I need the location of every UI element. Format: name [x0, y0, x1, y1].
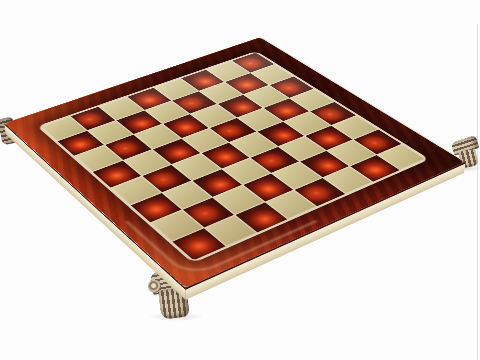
- square-c4: [172, 154, 220, 180]
- square-b4: [142, 165, 191, 192]
- square-e2: [272, 162, 321, 189]
- square-b3: [162, 181, 212, 209]
- square-a4: [111, 176, 160, 204]
- chessboard: [4, 37, 465, 288]
- square-g2: [327, 140, 375, 166]
- square-a1: [172, 228, 225, 260]
- square-g1: [350, 155, 399, 182]
- square-c1: [235, 202, 287, 232]
- square-b5: [123, 150, 171, 176]
- product-photo: [0, 0, 480, 360]
- square-f2: [300, 151, 349, 177]
- square-f1: [323, 166, 373, 193]
- square-a3: [131, 193, 181, 222]
- square-b2: [183, 198, 234, 228]
- square-d2: [243, 174, 293, 202]
- square-e1: [294, 178, 344, 206]
- square-c3: [192, 169, 241, 197]
- square-c2: [213, 185, 263, 214]
- square-d3: [222, 158, 271, 185]
- square-d1: [265, 190, 316, 219]
- square-d4: [201, 143, 249, 169]
- square-a2: [151, 210, 203, 241]
- inner-frame: [37, 51, 430, 263]
- square-e3: [250, 147, 298, 173]
- square-a5: [92, 161, 140, 188]
- photo-edge-line: [477, 24, 478, 360]
- square-a6: [75, 145, 122, 171]
- square-c5: [153, 139, 200, 164]
- square-b1: [204, 215, 256, 246]
- board-border: [4, 37, 465, 288]
- checkerboard: [39, 52, 426, 261]
- square-h1: [377, 144, 426, 170]
